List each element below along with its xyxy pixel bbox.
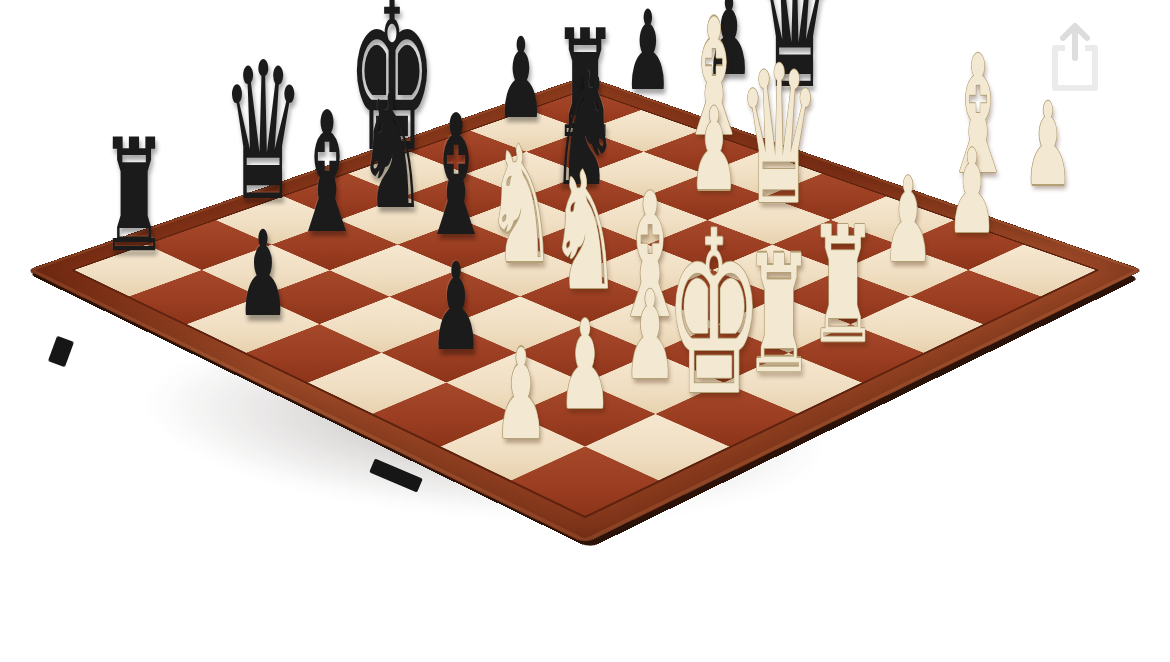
board-grid [70, 89, 1100, 518]
chessboard [190, 0, 980, 662]
share-button[interactable] [1049, 18, 1103, 94]
board-top [190, 0, 980, 662]
board-border [26, 76, 1143, 544]
product-photo-page: { "game": "chess", "position": { "fen": … [0, 0, 1170, 662]
share-upload-icon [1049, 18, 1103, 94]
